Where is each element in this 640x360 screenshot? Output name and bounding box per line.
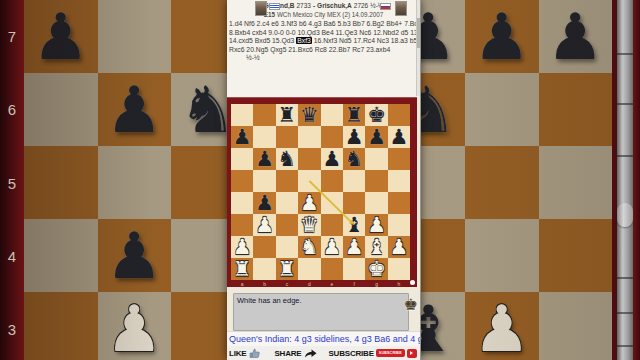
square-a3[interactable]	[231, 214, 253, 236]
piece-black-queen[interactable]: ♛	[298, 104, 320, 126]
file-label-e: e	[321, 281, 343, 287]
square-c4[interactable]	[276, 192, 298, 214]
event-name: WCh Mexico City MEX (2) 14.09.2007	[277, 11, 383, 18]
piece-black-pawn[interactable]: ♟	[231, 126, 253, 148]
file-label-h: h	[388, 281, 410, 287]
square-g8[interactable]: ♚	[365, 104, 387, 126]
square-g7: ♟	[465, 0, 539, 73]
square-f1[interactable]	[343, 258, 365, 280]
moves-line-2[interactable]: 8.Bxb4 cxb4 9.0-0 0-0 10.Qd3 Be4 11.Qe3 …	[229, 29, 418, 38]
square-c7[interactable]	[276, 126, 298, 148]
main-chess-board[interactable]: ♜♛♜♚♟♟♟♟♟♞♟♞♟♟♟♛♝♟♟♞♟♟♝♟♜♜♚	[231, 104, 410, 280]
piece-black-pawn: ♟	[465, 0, 539, 73]
square-e4[interactable]	[321, 192, 343, 214]
like-label[interactable]: LIKE	[229, 349, 246, 358]
piece-white-pawn[interactable]: ♟	[298, 192, 320, 214]
square-d5[interactable]	[298, 170, 320, 192]
white-player-photo	[255, 1, 267, 16]
king-piece-icon[interactable]: ♚	[404, 297, 418, 313]
piece-black-pawn: ♟	[98, 219, 172, 292]
square-h5	[539, 146, 613, 219]
video-frame: ♜♛♜♚♟♟♟♟♟♞♟♞♟♟♟♛♝♟♟♞♟♟♝♟♜♜♚ 76543 Gelfan…	[0, 0, 640, 360]
piece-black-pawn[interactable]: ♟	[253, 148, 275, 170]
subscribe-button[interactable]: SUBSCRIBE	[376, 349, 405, 357]
square-d8[interactable]: ♛	[298, 104, 320, 126]
square-c8[interactable]: ♜	[276, 104, 298, 126]
moves-line-3[interactable]: 14.cxd5 Bxd5 15.Qd3 Bxf3 16.Nxf3 Nd5 17.…	[229, 37, 418, 46]
square-e3[interactable]	[321, 214, 343, 236]
square-g6[interactable]	[365, 148, 387, 170]
rank-label-6: 6	[0, 101, 24, 118]
piece-white-pawn[interactable]: ♟	[343, 236, 365, 258]
square-g3: ♟	[465, 292, 539, 360]
scrollbar-thumb[interactable]	[617, 203, 633, 227]
square-f4[interactable]	[343, 192, 365, 214]
square-d3[interactable]: ♛	[298, 214, 320, 236]
main-board-frame: ♜♛♜♚♟♟♟♟♟♞♟♞♟♟♟♛♝♟♟♞♟♟♝♟♜♜♚ abcdefgh	[227, 97, 417, 287]
white-to-move-indicator	[410, 280, 415, 285]
square-c2[interactable]	[276, 236, 298, 258]
square-d2[interactable]: ♞	[298, 236, 320, 258]
square-d1[interactable]	[298, 258, 320, 280]
event-line: E15 WCh Mexico City MEX (2) 14.09.2007	[253, 10, 394, 18]
white-player-elo: 2733	[296, 2, 310, 9]
piece-black-rook[interactable]: ♜	[276, 104, 298, 126]
black-player-name: Grischuk,A	[317, 2, 352, 9]
black-player-elo: 2726	[354, 2, 368, 9]
result-line: ½-½	[246, 54, 418, 63]
square-g2[interactable]: ♝	[365, 236, 387, 258]
square-f6[interactable]: ♞	[343, 148, 365, 170]
square-d6[interactable]	[298, 148, 320, 170]
annotation-box[interactable]: White has an edge.	[233, 293, 409, 331]
israel-flag-icon	[269, 3, 280, 10]
square-e7[interactable]	[321, 126, 343, 148]
annotation-text: White has an edge.	[237, 296, 302, 305]
share-label[interactable]: SHARE	[274, 349, 301, 358]
square-a5	[24, 146, 98, 219]
piece-white-pawn[interactable]: ♟	[231, 236, 253, 258]
file-label-g: g	[365, 281, 387, 287]
rank-label-4: 4	[0, 248, 24, 265]
piece-black-pawn: ♟	[539, 0, 613, 73]
square-f5[interactable]	[343, 170, 365, 192]
square-a8[interactable]	[231, 104, 253, 126]
square-e5[interactable]	[321, 170, 343, 192]
opening-title: Queen's Indian: 4 g3 sidelines, 4 g3 Ba6…	[229, 334, 420, 344]
square-b7[interactable]	[253, 126, 275, 148]
square-g3[interactable]: ♟	[365, 214, 387, 236]
vs-separator: -	[313, 2, 315, 9]
square-h6[interactable]	[388, 148, 410, 170]
square-c3[interactable]	[276, 214, 298, 236]
file-label-d: d	[298, 281, 320, 287]
piece-black-knight[interactable]: ♞	[343, 148, 365, 170]
moves-line-1[interactable]: 1.d4 Nf6 2.c4 e6 3.Nf3 b6 4.g3 Ba6 5.b3 …	[229, 20, 418, 29]
notation-scrollbar-thumb[interactable]	[417, 18, 420, 48]
square-c1[interactable]: ♜	[276, 258, 298, 280]
square-b4: ♟	[98, 219, 172, 292]
video-title-bar[interactable]: Queen's Indian: 4 g3 sidelines, 4 g3 Ba6…	[227, 331, 420, 346]
square-g7[interactable]: ♟	[365, 126, 387, 148]
scrollbar-tick	[617, 312, 633, 314]
notation-pane: Gelfand,B 2733 - Grischuk,A 2726 ½-½ E15…	[227, 0, 420, 97]
square-e8[interactable]	[321, 104, 343, 126]
russia-flag-icon	[380, 3, 391, 10]
square-a6	[24, 73, 98, 146]
square-h7: ♟	[539, 0, 613, 73]
square-a6[interactable]	[231, 148, 253, 170]
square-d4[interactable]: ♟	[298, 192, 320, 214]
rank-label-3: 3	[0, 321, 24, 338]
square-a5[interactable]	[231, 170, 253, 192]
file-label-c: c	[276, 281, 298, 287]
square-g5[interactable]	[365, 170, 387, 192]
piece-white-queen[interactable]: ♛	[298, 214, 320, 236]
square-g6	[465, 73, 539, 146]
piece-black-pawn[interactable]: ♟	[365, 126, 387, 148]
piece-black-bishop[interactable]: ♝	[343, 214, 365, 236]
square-h2[interactable]: ♟	[388, 236, 410, 258]
piece-white-bishop[interactable]: ♝	[365, 236, 387, 258]
moves-line-4[interactable]: Rxc6 20.Ng5 Qxg5 21.Bxc6 Rc8 22.Bb7 Rc7 …	[229, 46, 418, 55]
piece-black-rook[interactable]: ♜	[343, 104, 365, 126]
scrollbar-tick	[617, 103, 633, 105]
piece-white-rook[interactable]: ♜	[231, 258, 253, 280]
piece-white-pawn[interactable]: ♟	[388, 236, 410, 258]
notation-scrollbar[interactable]	[416, 0, 420, 96]
file-label-a: a	[231, 281, 253, 287]
rank-label-7: 7	[0, 28, 24, 45]
piece-white-pawn[interactable]: ♟	[321, 236, 343, 258]
scrollbar-tick	[617, 155, 633, 157]
piece-black-knight[interactable]: ♞	[276, 148, 298, 170]
black-player-photo	[395, 1, 407, 16]
piece-black-king[interactable]: ♚	[365, 104, 387, 126]
background-right-edge	[633, 0, 640, 360]
square-c5[interactable]	[276, 170, 298, 192]
annotation-pane: White has an edge. ♚	[227, 287, 420, 331]
square-b4[interactable]: ♟	[253, 192, 275, 214]
share-arrow-icon[interactable]	[304, 349, 317, 358]
square-a4[interactable]	[231, 192, 253, 214]
square-a2[interactable]: ♟	[231, 236, 253, 258]
scrollbar-tick	[617, 277, 633, 279]
square-f8[interactable]: ♜	[343, 104, 365, 126]
square-b3[interactable]: ♟	[253, 214, 275, 236]
subscribe-label[interactable]: SUBSCRIBE	[328, 349, 373, 358]
square-h3	[539, 292, 613, 360]
file-labels: abcdefgh	[231, 281, 410, 287]
scrollbar-tick	[617, 345, 633, 347]
youtube-icon[interactable]	[407, 349, 417, 358]
piece-white-knight[interactable]: ♞	[298, 236, 320, 258]
piece-white-pawn: ♟	[98, 292, 172, 360]
square-a3	[24, 292, 98, 360]
piece-black-pawn[interactable]: ♟	[343, 126, 365, 148]
square-g4	[465, 219, 539, 292]
square-h1[interactable]	[388, 258, 410, 280]
piece-white-pawn: ♟	[465, 292, 539, 360]
square-h3[interactable]	[388, 214, 410, 236]
square-b7	[98, 0, 172, 73]
square-g1[interactable]: ♚	[365, 258, 387, 280]
square-h7[interactable]: ♟	[388, 126, 410, 148]
square-b6[interactable]: ♟	[253, 148, 275, 170]
piece-black-pawn[interactable]: ♟	[388, 126, 410, 148]
square-e6[interactable]: ♟	[321, 148, 343, 170]
chessbase-panel: Gelfand,B 2733 - Grischuk,A 2726 ½-½ E15…	[227, 0, 421, 360]
square-g4[interactable]	[365, 192, 387, 214]
square-b3: ♟	[98, 292, 172, 360]
square-a4	[24, 219, 98, 292]
square-b1[interactable]	[253, 258, 275, 280]
piece-black-pawn[interactable]: ♟	[253, 192, 275, 214]
square-c6[interactable]: ♞	[276, 148, 298, 170]
square-f3[interactable]: ♝	[343, 214, 365, 236]
square-b6: ♟	[98, 73, 172, 146]
square-b2[interactable]	[253, 236, 275, 258]
square-h5[interactable]	[388, 170, 410, 192]
square-b5[interactable]	[253, 170, 275, 192]
square-h4	[539, 219, 613, 292]
piece-white-king[interactable]: ♚	[365, 258, 387, 280]
square-b8[interactable]	[253, 104, 275, 126]
selected-move[interactable]: Bxf3	[296, 37, 312, 44]
move-list[interactable]: 1.d4 Nf6 2.c4 e6 3.Nf3 b6 4.g3 Ba6 5.b3 …	[227, 20, 420, 63]
square-h6	[539, 73, 613, 146]
scrollbar[interactable]	[617, 0, 633, 360]
piece-white-rook[interactable]: ♜	[276, 258, 298, 280]
piece-black-pawn: ♟	[24, 0, 98, 73]
square-d7[interactable]	[298, 126, 320, 148]
play-icon	[410, 351, 413, 355]
scrollbar-tick	[617, 53, 633, 55]
cta-bar: LIKE SHARE SUBSCRIBE SUBSCRIBE	[227, 346, 420, 360]
square-b5	[98, 146, 172, 219]
thumbs-up-icon[interactable]	[249, 348, 260, 358]
game-header: Gelfand,B 2733 - Grischuk,A 2726 ½-½ E15…	[227, 0, 420, 18]
square-a7[interactable]: ♟	[231, 126, 253, 148]
moves-line-3-pre[interactable]: 14.cxd5 Bxd5 15.Qd3	[229, 37, 296, 44]
rank-label-5: 5	[0, 175, 24, 192]
piece-black-pawn[interactable]: ♟	[321, 148, 343, 170]
file-label-f: f	[343, 281, 365, 287]
square-g5	[465, 146, 539, 219]
square-f2[interactable]: ♟	[343, 236, 365, 258]
square-a1[interactable]: ♜	[231, 258, 253, 280]
file-label-b: b	[253, 281, 275, 287]
piece-black-pawn: ♟	[98, 73, 172, 146]
piece-white-pawn[interactable]: ♟	[365, 214, 387, 236]
square-e1[interactable]	[321, 258, 343, 280]
piece-white-pawn[interactable]: ♟	[253, 214, 275, 236]
square-h8[interactable]	[388, 104, 410, 126]
square-e2[interactable]: ♟	[321, 236, 343, 258]
square-f7[interactable]: ♟	[343, 126, 365, 148]
square-a7: ♟	[24, 0, 98, 73]
square-h4[interactable]	[388, 192, 410, 214]
moves-line-3-post[interactable]: 16.Nxf3 Nd5 17.Rc4 Nc3 18.a3 b5 19.Rxc6	[312, 37, 418, 44]
